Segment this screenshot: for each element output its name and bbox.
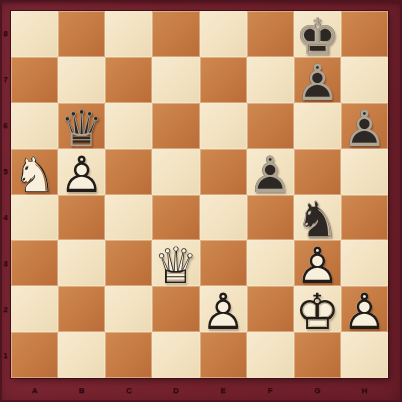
square-c6[interactable] [105, 103, 152, 149]
square-b4[interactable] [58, 195, 105, 241]
square-b6[interactable]: ♛♕ [58, 103, 105, 149]
file-label-g: G [294, 378, 341, 402]
piece-black-pawn-h6[interactable]: ♟♙ [341, 103, 388, 149]
square-e4[interactable] [200, 195, 247, 241]
square-e2[interactable]: ♟♙ [200, 286, 247, 332]
square-a3[interactable] [11, 240, 58, 286]
square-f5[interactable]: ♟♙ [247, 149, 294, 195]
rank-label-7: 7 [0, 57, 11, 103]
square-c4[interactable] [105, 195, 152, 241]
piece-white-pawn-h2[interactable]: ♟♙ [341, 286, 388, 332]
rank-label-3: 3 [0, 240, 11, 286]
piece-white-queen-d3[interactable]: ♛♕ [152, 240, 199, 286]
square-e7[interactable] [200, 57, 247, 103]
black-queen-outline: ♕ [58, 106, 105, 152]
white-pawn-outline: ♙ [58, 152, 105, 198]
white-queen-glyph: ♛ [152, 243, 199, 289]
black-queen-glyph: ♛ [58, 106, 105, 152]
square-g6[interactable] [294, 103, 341, 149]
black-knight-glyph: ♞ [294, 198, 341, 244]
rank-label-8: 8 [0, 11, 11, 57]
square-b5[interactable]: ♟♙ [58, 149, 105, 195]
square-b2[interactable] [58, 286, 105, 332]
file-label-f: F [247, 378, 294, 402]
square-g3[interactable]: ♟♙ [294, 240, 341, 286]
rank-label-6: 6 [0, 103, 11, 149]
square-e6[interactable] [200, 103, 247, 149]
piece-white-king-g2[interactable]: ♚♔ [294, 286, 341, 332]
square-f7[interactable] [247, 57, 294, 103]
square-c3[interactable] [105, 240, 152, 286]
piece-black-knight-g4[interactable]: ♞♘ [294, 195, 341, 241]
white-knight-glyph: ♞ [11, 152, 58, 198]
square-e8[interactable] [200, 11, 247, 57]
white-king-glyph: ♚ [294, 289, 341, 335]
white-pawn-glyph: ♟ [200, 289, 247, 335]
square-a6[interactable] [11, 103, 58, 149]
white-knight-outline: ♘ [11, 152, 58, 198]
rank-labels: 87654321 [0, 11, 11, 378]
square-d2[interactable] [152, 286, 199, 332]
square-h3[interactable] [341, 240, 388, 286]
square-h1[interactable] [341, 332, 388, 378]
rank-label-1: 1 [0, 332, 11, 378]
square-d6[interactable] [152, 103, 199, 149]
black-pawn-glyph: ♟ [341, 106, 388, 152]
board-frame: ♚♔♟♙♛♕♟♙♞♘♟♙♟♙♞♘♛♕♟♙♟♙♚♔♟♙ 87654321 ABCD… [0, 0, 402, 402]
square-e1[interactable] [200, 332, 247, 378]
white-pawn-glyph: ♟ [58, 152, 105, 198]
piece-white-pawn-g3[interactable]: ♟♙ [294, 240, 341, 286]
square-e3[interactable] [200, 240, 247, 286]
square-f4[interactable] [247, 195, 294, 241]
square-d7[interactable] [152, 57, 199, 103]
square-d3[interactable]: ♛♕ [152, 240, 199, 286]
square-f2[interactable] [247, 286, 294, 332]
black-knight-outline: ♘ [294, 198, 341, 244]
white-pawn-outline: ♙ [294, 243, 341, 289]
square-g2[interactable]: ♚♔ [294, 286, 341, 332]
square-a1[interactable] [11, 332, 58, 378]
white-queen-outline: ♕ [152, 243, 199, 289]
white-king-outline: ♔ [294, 289, 341, 335]
black-king-outline: ♔ [294, 14, 341, 60]
piece-white-pawn-b5[interactable]: ♟♙ [58, 149, 105, 195]
square-a8[interactable] [11, 11, 58, 57]
black-pawn-outline: ♙ [247, 152, 294, 198]
square-g8[interactable]: ♚♔ [294, 11, 341, 57]
square-h8[interactable] [341, 11, 388, 57]
square-h6[interactable]: ♟♙ [341, 103, 388, 149]
white-pawn-glyph: ♟ [294, 243, 341, 289]
square-f8[interactable] [247, 11, 294, 57]
rank-label-4: 4 [0, 195, 11, 241]
black-pawn-outline: ♙ [341, 106, 388, 152]
square-a7[interactable] [11, 57, 58, 103]
square-g4[interactable]: ♞♘ [294, 195, 341, 241]
square-c5[interactable] [105, 149, 152, 195]
piece-black-king-g8[interactable]: ♚♔ [294, 11, 341, 57]
square-g5[interactable] [294, 149, 341, 195]
square-f6[interactable] [247, 103, 294, 149]
square-d5[interactable] [152, 149, 199, 195]
black-pawn-outline: ♙ [294, 60, 341, 106]
black-king-glyph: ♚ [294, 14, 341, 60]
white-pawn-outline: ♙ [341, 289, 388, 335]
square-g1[interactable] [294, 332, 341, 378]
file-label-h: H [341, 378, 388, 402]
piece-black-pawn-g7[interactable]: ♟♙ [294, 57, 341, 103]
file-labels: ABCDEFGH [11, 378, 388, 402]
square-f3[interactable] [247, 240, 294, 286]
square-a5[interactable]: ♞♘ [11, 149, 58, 195]
file-label-a: A [11, 378, 58, 402]
square-c1[interactable] [105, 332, 152, 378]
square-f1[interactable] [247, 332, 294, 378]
square-b1[interactable] [58, 332, 105, 378]
piece-black-pawn-f5[interactable]: ♟♙ [247, 149, 294, 195]
square-d4[interactable] [152, 195, 199, 241]
square-e5[interactable] [200, 149, 247, 195]
rank-label-5: 5 [0, 149, 11, 195]
square-b3[interactable] [58, 240, 105, 286]
file-label-e: E [200, 378, 247, 402]
black-pawn-glyph: ♟ [294, 60, 341, 106]
square-c2[interactable] [105, 286, 152, 332]
white-pawn-glyph: ♟ [341, 289, 388, 335]
file-label-b: B [58, 378, 105, 402]
square-a2[interactable] [11, 286, 58, 332]
square-g7[interactable]: ♟♙ [294, 57, 341, 103]
square-h4[interactable] [341, 195, 388, 241]
black-pawn-glyph: ♟ [247, 152, 294, 198]
white-pawn-outline: ♙ [200, 289, 247, 335]
piece-white-knight-a5[interactable]: ♞♘ [11, 149, 58, 195]
square-c7[interactable] [105, 57, 152, 103]
piece-white-pawn-e2[interactable]: ♟♙ [200, 286, 247, 332]
file-label-c: C [105, 378, 152, 402]
square-c8[interactable] [105, 11, 152, 57]
rank-label-2: 2 [0, 286, 11, 332]
square-h7[interactable] [341, 57, 388, 103]
square-b8[interactable] [58, 11, 105, 57]
square-h5[interactable] [341, 149, 388, 195]
square-d8[interactable] [152, 11, 199, 57]
square-b7[interactable] [58, 57, 105, 103]
file-label-d: D [152, 378, 199, 402]
square-h2[interactable]: ♟♙ [341, 286, 388, 332]
square-a4[interactable] [11, 195, 58, 241]
piece-black-queen-b6[interactable]: ♛♕ [58, 103, 105, 149]
square-d1[interactable] [152, 332, 199, 378]
chess-board: ♚♔♟♙♛♕♟♙♞♘♟♙♟♙♞♘♛♕♟♙♟♙♚♔♟♙ [11, 11, 388, 378]
